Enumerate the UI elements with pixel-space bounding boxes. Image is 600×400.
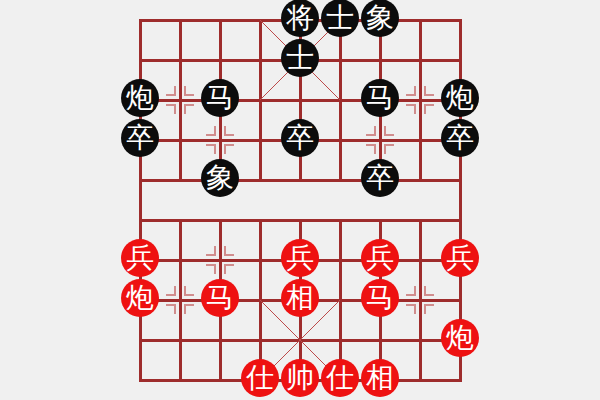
piece-glyph: 士 (326, 0, 354, 37)
piece-black-horse-1[interactable]: 马 (201, 79, 239, 117)
piece-glyph: 炮 (446, 319, 474, 357)
piece-glyph: 炮 (126, 79, 154, 117)
piece-black-advisor-1[interactable]: 士 (321, 0, 359, 37)
piece-black-cannon-2[interactable]: 炮 (441, 79, 479, 117)
piece-glyph: 兵 (126, 239, 154, 277)
piece-glyph: 炮 (126, 279, 154, 317)
piece-black-soldier-3[interactable]: 卒 (441, 119, 479, 157)
piece-black-general[interactable]: 将 (281, 0, 319, 37)
piece-glyph: 象 (366, 0, 394, 37)
piece-red-horse-2[interactable]: 马 (361, 279, 399, 317)
piece-red-elephant-2[interactable]: 相 (361, 359, 399, 397)
piece-glyph: 炮 (446, 79, 474, 117)
piece-black-cannon-1[interactable]: 炮 (121, 79, 159, 117)
piece-red-advisor-2[interactable]: 仕 (321, 359, 359, 397)
piece-red-elephant-1[interactable]: 相 (281, 279, 319, 317)
piece-red-soldier-3[interactable]: 兵 (361, 239, 399, 277)
piece-black-horse-2[interactable]: 马 (361, 79, 399, 117)
piece-red-soldier-2[interactable]: 兵 (281, 239, 319, 277)
piece-glyph: 卒 (446, 119, 474, 157)
piece-glyph: 卒 (126, 119, 154, 157)
piece-glyph: 兵 (446, 239, 474, 277)
piece-glyph: 象 (206, 159, 234, 197)
piece-glyph: 士 (286, 39, 314, 77)
xiangqi-diagram: 将士象士炮马马炮卒卒卒象卒兵兵兵兵炮马相马炮仕帅仕相 (0, 0, 600, 400)
piece-black-elephant-2[interactable]: 象 (201, 159, 239, 197)
xiangqi-board[interactable]: 将士象士炮马马炮卒卒卒象卒兵兵兵兵炮马相马炮仕帅仕相 (120, 0, 480, 400)
piece-glyph: 卒 (286, 119, 314, 157)
piece-black-advisor-2[interactable]: 士 (281, 39, 319, 77)
piece-red-soldier-1[interactable]: 兵 (121, 239, 159, 277)
piece-glyph: 相 (366, 359, 394, 397)
piece-red-soldier-4[interactable]: 兵 (441, 239, 479, 277)
piece-glyph: 马 (206, 279, 234, 317)
piece-glyph: 相 (286, 279, 314, 317)
piece-glyph: 将 (286, 0, 314, 37)
piece-red-cannon-2[interactable]: 炮 (441, 319, 479, 357)
piece-glyph: 仕 (246, 359, 274, 397)
piece-glyph: 兵 (286, 239, 314, 277)
piece-black-elephant-1[interactable]: 象 (361, 0, 399, 37)
piece-red-advisor-1[interactable]: 仕 (241, 359, 279, 397)
piece-glyph: 兵 (366, 239, 394, 277)
piece-glyph: 仕 (326, 359, 354, 397)
piece-red-cannon-1[interactable]: 炮 (121, 279, 159, 317)
piece-red-horse-1[interactable]: 马 (201, 279, 239, 317)
piece-black-soldier-4[interactable]: 卒 (361, 159, 399, 197)
piece-black-soldier-2[interactable]: 卒 (281, 119, 319, 157)
piece-glyph: 帅 (286, 359, 314, 397)
piece-glyph: 卒 (366, 159, 394, 197)
piece-glyph: 马 (206, 79, 234, 117)
piece-black-soldier-1[interactable]: 卒 (121, 119, 159, 157)
piece-glyph: 马 (366, 79, 394, 117)
piece-red-general[interactable]: 帅 (281, 359, 319, 397)
piece-glyph: 马 (366, 279, 394, 317)
